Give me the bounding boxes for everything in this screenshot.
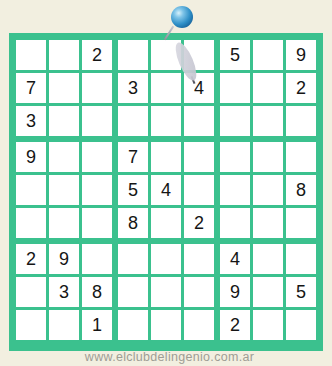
cell-r5c4[interactable]: 5: [118, 175, 148, 205]
cell-r7c1[interactable]: 2: [16, 244, 46, 274]
cell-r6c8[interactable]: [253, 208, 283, 238]
cell-r1c1[interactable]: [16, 40, 46, 70]
cell-r4c6[interactable]: [184, 142, 214, 172]
cell-r8c2[interactable]: 3: [49, 277, 79, 307]
cell-r4c1[interactable]: 9: [16, 142, 46, 172]
cell-r6c7[interactable]: [220, 208, 250, 238]
cell-r2c4[interactable]: 3: [118, 73, 148, 103]
cell-r3c4[interactable]: [118, 106, 148, 136]
cell-r9c2[interactable]: [49, 310, 79, 340]
cell-r9c4[interactable]: [118, 310, 148, 340]
cell-r3c8[interactable]: [253, 106, 283, 136]
cell-r9c8[interactable]: [253, 310, 283, 340]
cell-r7c4[interactable]: [118, 244, 148, 274]
cell-r7c7[interactable]: 4: [220, 244, 250, 274]
cell-r8c3[interactable]: 8: [82, 277, 112, 307]
cell-r3c1[interactable]: 3: [16, 106, 46, 136]
cell-r6c9[interactable]: [286, 208, 316, 238]
cell-r3c2[interactable]: [49, 106, 79, 136]
cell-r7c6[interactable]: [184, 244, 214, 274]
pushpin-head-icon: [171, 6, 193, 28]
cell-r3c9[interactable]: [286, 106, 316, 136]
cell-r9c7[interactable]: 2: [220, 310, 250, 340]
cell-r7c8[interactable]: [253, 244, 283, 274]
website-url: www.elclubdelingenio.com.ar: [0, 350, 332, 364]
cell-r9c1[interactable]: [16, 310, 46, 340]
cell-r2c9[interactable]: 2: [286, 73, 316, 103]
cell-r1c8[interactable]: [253, 40, 283, 70]
cell-r5c2[interactable]: [49, 175, 79, 205]
cell-r8c4[interactable]: [118, 277, 148, 307]
cell-r3c7[interactable]: [220, 106, 250, 136]
cell-r3c3[interactable]: [82, 106, 112, 136]
cell-r2c5[interactable]: [151, 73, 181, 103]
cell-r1c3[interactable]: 2: [82, 40, 112, 70]
cell-r5c3[interactable]: [82, 175, 112, 205]
cell-r6c3[interactable]: [82, 208, 112, 238]
cell-r9c5[interactable]: [151, 310, 181, 340]
cell-r3c6[interactable]: [184, 106, 214, 136]
cell-r8c5[interactable]: [151, 277, 181, 307]
cell-r8c9[interactable]: 5: [286, 277, 316, 307]
cell-r2c8[interactable]: [253, 73, 283, 103]
cell-r5c6[interactable]: [184, 175, 214, 205]
cell-r4c4[interactable]: 7: [118, 142, 148, 172]
cell-r5c7[interactable]: [220, 175, 250, 205]
cell-r7c3[interactable]: [82, 244, 112, 274]
cell-r2c2[interactable]: [49, 73, 79, 103]
cell-r9c6[interactable]: [184, 310, 214, 340]
sudoku-board: 259734239754882294389512: [9, 33, 323, 351]
cell-r9c3[interactable]: 1: [82, 310, 112, 340]
cell-r5c8[interactable]: [253, 175, 283, 205]
cell-r3c5[interactable]: [151, 106, 181, 136]
cell-r2c3[interactable]: [82, 73, 112, 103]
cell-r1c7[interactable]: 5: [220, 40, 250, 70]
cell-r8c6[interactable]: [184, 277, 214, 307]
cell-r4c7[interactable]: [220, 142, 250, 172]
cell-r8c8[interactable]: [253, 277, 283, 307]
cell-r1c9[interactable]: 9: [286, 40, 316, 70]
cell-r5c9[interactable]: 8: [286, 175, 316, 205]
cell-r8c1[interactable]: [16, 277, 46, 307]
cell-r7c5[interactable]: [151, 244, 181, 274]
cell-r7c9[interactable]: [286, 244, 316, 274]
cell-r5c1[interactable]: [16, 175, 46, 205]
cell-r4c9[interactable]: [286, 142, 316, 172]
cell-r6c5[interactable]: [151, 208, 181, 238]
sudoku-grid: 259734239754882294389512: [16, 40, 316, 340]
cell-r1c2[interactable]: [49, 40, 79, 70]
cell-r1c4[interactable]: [118, 40, 148, 70]
cell-r7c2[interactable]: 9: [49, 244, 79, 274]
cell-r2c1[interactable]: 7: [16, 73, 46, 103]
cell-r6c2[interactable]: [49, 208, 79, 238]
cell-r6c4[interactable]: 8: [118, 208, 148, 238]
cell-r4c3[interactable]: [82, 142, 112, 172]
cell-r4c2[interactable]: [49, 142, 79, 172]
cell-r2c7[interactable]: [220, 73, 250, 103]
cell-r4c5[interactable]: [151, 142, 181, 172]
cell-r6c6[interactable]: 2: [184, 208, 214, 238]
cell-r5c5[interactable]: 4: [151, 175, 181, 205]
cell-r9c9[interactable]: [286, 310, 316, 340]
cell-r8c7[interactable]: 9: [220, 277, 250, 307]
cell-r4c8[interactable]: [253, 142, 283, 172]
cell-r6c1[interactable]: [16, 208, 46, 238]
